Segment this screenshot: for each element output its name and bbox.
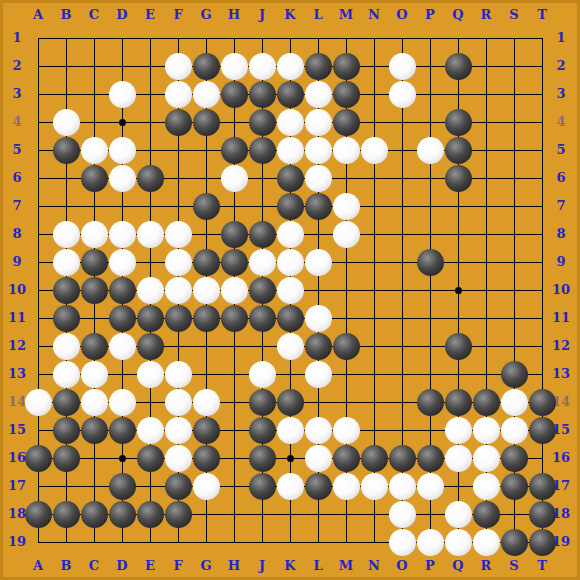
intersection-B5[interactable]: [52, 136, 80, 164]
intersection-R19[interactable]: [472, 528, 500, 556]
intersection-N19[interactable]: [360, 528, 388, 556]
intersection-J1[interactable]: [248, 24, 276, 52]
intersection-P15[interactable]: [416, 416, 444, 444]
intersection-A17[interactable]: [24, 472, 52, 500]
intersection-Q17[interactable]: [444, 472, 472, 500]
intersection-R11[interactable]: [472, 304, 500, 332]
intersection-R13[interactable]: [472, 360, 500, 388]
intersection-C13[interactable]: [80, 360, 108, 388]
intersection-T12[interactable]: [528, 332, 556, 360]
intersection-M7[interactable]: [332, 192, 360, 220]
intersection-R9[interactable]: [472, 248, 500, 276]
intersection-J13[interactable]: [248, 360, 276, 388]
intersection-E14[interactable]: [136, 388, 164, 416]
intersection-L10[interactable]: [304, 276, 332, 304]
intersection-O18[interactable]: [388, 500, 416, 528]
intersection-B1[interactable]: [52, 24, 80, 52]
intersection-Q19[interactable]: [444, 528, 472, 556]
intersection-S15[interactable]: [500, 416, 528, 444]
intersection-T11[interactable]: [528, 304, 556, 332]
intersection-F18[interactable]: [164, 500, 192, 528]
intersection-C5[interactable]: [80, 136, 108, 164]
intersection-R3[interactable]: [472, 80, 500, 108]
intersection-Q10[interactable]: [444, 276, 472, 304]
intersection-R15[interactable]: [472, 416, 500, 444]
intersection-T5[interactable]: [528, 136, 556, 164]
intersection-Q13[interactable]: [444, 360, 472, 388]
intersection-N13[interactable]: [360, 360, 388, 388]
intersection-A9[interactable]: [24, 248, 52, 276]
intersection-F8[interactable]: [164, 220, 192, 248]
intersection-H8[interactable]: [220, 220, 248, 248]
intersection-E15[interactable]: [136, 416, 164, 444]
intersection-C16[interactable]: [80, 444, 108, 472]
intersection-F4[interactable]: [164, 108, 192, 136]
intersection-F1[interactable]: [164, 24, 192, 52]
intersection-R6[interactable]: [472, 164, 500, 192]
intersection-E13[interactable]: [136, 360, 164, 388]
intersection-H13[interactable]: [220, 360, 248, 388]
intersection-N1[interactable]: [360, 24, 388, 52]
intersection-P6[interactable]: [416, 164, 444, 192]
intersection-Q2[interactable]: [444, 52, 472, 80]
intersection-S2[interactable]: [500, 52, 528, 80]
intersection-S5[interactable]: [500, 136, 528, 164]
intersection-E19[interactable]: [136, 528, 164, 556]
intersection-P3[interactable]: [416, 80, 444, 108]
intersection-F9[interactable]: [164, 248, 192, 276]
intersection-Q8[interactable]: [444, 220, 472, 248]
intersection-C9[interactable]: [80, 248, 108, 276]
intersection-B17[interactable]: [52, 472, 80, 500]
intersection-Q5[interactable]: [444, 136, 472, 164]
intersection-K15[interactable]: [276, 416, 304, 444]
intersection-T15[interactable]: [528, 416, 556, 444]
intersection-C1[interactable]: [80, 24, 108, 52]
intersection-J15[interactable]: [248, 416, 276, 444]
intersection-K16[interactable]: [276, 444, 304, 472]
intersection-K4[interactable]: [276, 108, 304, 136]
intersection-E8[interactable]: [136, 220, 164, 248]
intersection-O15[interactable]: [388, 416, 416, 444]
intersection-M11[interactable]: [332, 304, 360, 332]
intersection-S16[interactable]: [500, 444, 528, 472]
intersection-S12[interactable]: [500, 332, 528, 360]
intersection-O11[interactable]: [388, 304, 416, 332]
intersection-L15[interactable]: [304, 416, 332, 444]
intersection-C8[interactable]: [80, 220, 108, 248]
intersection-K6[interactable]: [276, 164, 304, 192]
intersection-H12[interactable]: [220, 332, 248, 360]
intersection-A7[interactable]: [24, 192, 52, 220]
intersection-M17[interactable]: [332, 472, 360, 500]
intersection-Q1[interactable]: [444, 24, 472, 52]
intersection-L9[interactable]: [304, 248, 332, 276]
intersection-R17[interactable]: [472, 472, 500, 500]
intersection-K8[interactable]: [276, 220, 304, 248]
intersection-G8[interactable]: [192, 220, 220, 248]
intersection-H18[interactable]: [220, 500, 248, 528]
intersection-E6[interactable]: [136, 164, 164, 192]
intersection-K3[interactable]: [276, 80, 304, 108]
intersection-J17[interactable]: [248, 472, 276, 500]
intersection-A18[interactable]: [24, 500, 52, 528]
intersection-E4[interactable]: [136, 108, 164, 136]
intersection-Q11[interactable]: [444, 304, 472, 332]
intersection-D2[interactable]: [108, 52, 136, 80]
intersection-E16[interactable]: [136, 444, 164, 472]
intersection-S4[interactable]: [500, 108, 528, 136]
intersection-T19[interactable]: [528, 528, 556, 556]
intersection-L11[interactable]: [304, 304, 332, 332]
intersection-A6[interactable]: [24, 164, 52, 192]
intersection-D13[interactable]: [108, 360, 136, 388]
intersection-F12[interactable]: [164, 332, 192, 360]
intersection-K11[interactable]: [276, 304, 304, 332]
intersection-K12[interactable]: [276, 332, 304, 360]
intersection-D11[interactable]: [108, 304, 136, 332]
intersection-R8[interactable]: [472, 220, 500, 248]
intersection-P19[interactable]: [416, 528, 444, 556]
intersection-O8[interactable]: [388, 220, 416, 248]
intersection-B15[interactable]: [52, 416, 80, 444]
intersection-H19[interactable]: [220, 528, 248, 556]
intersection-T8[interactable]: [528, 220, 556, 248]
intersection-O5[interactable]: [388, 136, 416, 164]
intersection-G16[interactable]: [192, 444, 220, 472]
intersection-J3[interactable]: [248, 80, 276, 108]
intersection-L2[interactable]: [304, 52, 332, 80]
intersection-A14[interactable]: [24, 388, 52, 416]
intersection-N15[interactable]: [360, 416, 388, 444]
intersection-G17[interactable]: [192, 472, 220, 500]
intersection-T9[interactable]: [528, 248, 556, 276]
intersection-M4[interactable]: [332, 108, 360, 136]
intersection-B6[interactable]: [52, 164, 80, 192]
intersection-D9[interactable]: [108, 248, 136, 276]
intersection-N2[interactable]: [360, 52, 388, 80]
intersection-J10[interactable]: [248, 276, 276, 304]
intersection-B9[interactable]: [52, 248, 80, 276]
intersection-B8[interactable]: [52, 220, 80, 248]
intersection-A12[interactable]: [24, 332, 52, 360]
intersection-G19[interactable]: [192, 528, 220, 556]
intersection-S1[interactable]: [500, 24, 528, 52]
intersection-M2[interactable]: [332, 52, 360, 80]
intersection-J16[interactable]: [248, 444, 276, 472]
intersection-R16[interactable]: [472, 444, 500, 472]
intersection-N9[interactable]: [360, 248, 388, 276]
intersection-O4[interactable]: [388, 108, 416, 136]
intersection-P4[interactable]: [416, 108, 444, 136]
intersection-A15[interactable]: [24, 416, 52, 444]
intersection-N4[interactable]: [360, 108, 388, 136]
intersection-F13[interactable]: [164, 360, 192, 388]
intersection-C3[interactable]: [80, 80, 108, 108]
intersection-M1[interactable]: [332, 24, 360, 52]
intersection-J5[interactable]: [248, 136, 276, 164]
intersection-G15[interactable]: [192, 416, 220, 444]
intersection-L17[interactable]: [304, 472, 332, 500]
intersection-G12[interactable]: [192, 332, 220, 360]
intersection-Q6[interactable]: [444, 164, 472, 192]
intersection-C10[interactable]: [80, 276, 108, 304]
intersection-A13[interactable]: [24, 360, 52, 388]
intersection-M9[interactable]: [332, 248, 360, 276]
intersection-M18[interactable]: [332, 500, 360, 528]
intersection-G5[interactable]: [192, 136, 220, 164]
intersection-L12[interactable]: [304, 332, 332, 360]
intersection-B12[interactable]: [52, 332, 80, 360]
intersection-P8[interactable]: [416, 220, 444, 248]
intersection-J11[interactable]: [248, 304, 276, 332]
intersection-O10[interactable]: [388, 276, 416, 304]
intersection-S11[interactable]: [500, 304, 528, 332]
intersection-D17[interactable]: [108, 472, 136, 500]
intersection-T6[interactable]: [528, 164, 556, 192]
intersection-H1[interactable]: [220, 24, 248, 52]
intersection-O1[interactable]: [388, 24, 416, 52]
intersection-B16[interactable]: [52, 444, 80, 472]
intersection-D8[interactable]: [108, 220, 136, 248]
intersection-P18[interactable]: [416, 500, 444, 528]
intersection-Q15[interactable]: [444, 416, 472, 444]
intersection-H4[interactable]: [220, 108, 248, 136]
intersection-T18[interactable]: [528, 500, 556, 528]
intersection-S19[interactable]: [500, 528, 528, 556]
intersection-M12[interactable]: [332, 332, 360, 360]
intersection-H6[interactable]: [220, 164, 248, 192]
intersection-O17[interactable]: [388, 472, 416, 500]
intersection-B13[interactable]: [52, 360, 80, 388]
intersection-M6[interactable]: [332, 164, 360, 192]
intersection-F14[interactable]: [164, 388, 192, 416]
intersection-K9[interactable]: [276, 248, 304, 276]
intersection-N17[interactable]: [360, 472, 388, 500]
intersection-N5[interactable]: [360, 136, 388, 164]
intersection-L7[interactable]: [304, 192, 332, 220]
intersection-F16[interactable]: [164, 444, 192, 472]
intersection-P12[interactable]: [416, 332, 444, 360]
intersection-B14[interactable]: [52, 388, 80, 416]
intersection-L6[interactable]: [304, 164, 332, 192]
intersection-F19[interactable]: [164, 528, 192, 556]
intersection-Q9[interactable]: [444, 248, 472, 276]
intersection-T17[interactable]: [528, 472, 556, 500]
intersection-D15[interactable]: [108, 416, 136, 444]
intersection-A4[interactable]: [24, 108, 52, 136]
intersection-Q12[interactable]: [444, 332, 472, 360]
intersection-B4[interactable]: [52, 108, 80, 136]
intersection-E2[interactable]: [136, 52, 164, 80]
intersection-R1[interactable]: [472, 24, 500, 52]
intersection-D16[interactable]: [108, 444, 136, 472]
intersection-A16[interactable]: [24, 444, 52, 472]
intersection-T16[interactable]: [528, 444, 556, 472]
intersection-P16[interactable]: [416, 444, 444, 472]
intersection-J18[interactable]: [248, 500, 276, 528]
intersection-K13[interactable]: [276, 360, 304, 388]
intersection-O16[interactable]: [388, 444, 416, 472]
intersection-O13[interactable]: [388, 360, 416, 388]
intersection-L5[interactable]: [304, 136, 332, 164]
intersection-T2[interactable]: [528, 52, 556, 80]
intersection-N14[interactable]: [360, 388, 388, 416]
intersection-O2[interactable]: [388, 52, 416, 80]
intersection-O3[interactable]: [388, 80, 416, 108]
intersection-P2[interactable]: [416, 52, 444, 80]
intersection-E1[interactable]: [136, 24, 164, 52]
intersection-T7[interactable]: [528, 192, 556, 220]
intersection-C11[interactable]: [80, 304, 108, 332]
intersection-J19[interactable]: [248, 528, 276, 556]
intersection-K14[interactable]: [276, 388, 304, 416]
intersection-C4[interactable]: [80, 108, 108, 136]
intersection-J2[interactable]: [248, 52, 276, 80]
intersection-O12[interactable]: [388, 332, 416, 360]
intersection-H5[interactable]: [220, 136, 248, 164]
intersection-P9[interactable]: [416, 248, 444, 276]
intersection-S3[interactable]: [500, 80, 528, 108]
intersection-H11[interactable]: [220, 304, 248, 332]
intersection-D10[interactable]: [108, 276, 136, 304]
intersection-R12[interactable]: [472, 332, 500, 360]
intersection-G2[interactable]: [192, 52, 220, 80]
intersection-P1[interactable]: [416, 24, 444, 52]
intersection-C12[interactable]: [80, 332, 108, 360]
intersection-E5[interactable]: [136, 136, 164, 164]
intersection-N16[interactable]: [360, 444, 388, 472]
intersection-N7[interactable]: [360, 192, 388, 220]
intersection-G7[interactable]: [192, 192, 220, 220]
intersection-O7[interactable]: [388, 192, 416, 220]
intersection-G3[interactable]: [192, 80, 220, 108]
intersection-E9[interactable]: [136, 248, 164, 276]
intersection-J7[interactable]: [248, 192, 276, 220]
intersection-H7[interactable]: [220, 192, 248, 220]
intersection-L8[interactable]: [304, 220, 332, 248]
intersection-M19[interactable]: [332, 528, 360, 556]
intersection-K17[interactable]: [276, 472, 304, 500]
intersection-S17[interactable]: [500, 472, 528, 500]
intersection-Q7[interactable]: [444, 192, 472, 220]
intersection-E18[interactable]: [136, 500, 164, 528]
intersection-H17[interactable]: [220, 472, 248, 500]
intersection-F17[interactable]: [164, 472, 192, 500]
intersection-T10[interactable]: [528, 276, 556, 304]
intersection-R7[interactable]: [472, 192, 500, 220]
intersection-S7[interactable]: [500, 192, 528, 220]
intersection-E11[interactable]: [136, 304, 164, 332]
intersection-M8[interactable]: [332, 220, 360, 248]
intersection-M15[interactable]: [332, 416, 360, 444]
intersection-D7[interactable]: [108, 192, 136, 220]
intersection-G10[interactable]: [192, 276, 220, 304]
intersection-N3[interactable]: [360, 80, 388, 108]
intersection-L16[interactable]: [304, 444, 332, 472]
intersection-Q14[interactable]: [444, 388, 472, 416]
intersection-T3[interactable]: [528, 80, 556, 108]
intersection-L13[interactable]: [304, 360, 332, 388]
intersection-D3[interactable]: [108, 80, 136, 108]
intersection-C17[interactable]: [80, 472, 108, 500]
intersection-L3[interactable]: [304, 80, 332, 108]
intersection-B19[interactable]: [52, 528, 80, 556]
intersection-C7[interactable]: [80, 192, 108, 220]
intersection-A5[interactable]: [24, 136, 52, 164]
intersection-D6[interactable]: [108, 164, 136, 192]
intersection-K19[interactable]: [276, 528, 304, 556]
intersection-D5[interactable]: [108, 136, 136, 164]
intersection-R5[interactable]: [472, 136, 500, 164]
intersection-R4[interactable]: [472, 108, 500, 136]
intersection-B10[interactable]: [52, 276, 80, 304]
intersection-N8[interactable]: [360, 220, 388, 248]
intersection-O19[interactable]: [388, 528, 416, 556]
intersection-D18[interactable]: [108, 500, 136, 528]
intersection-K10[interactable]: [276, 276, 304, 304]
intersection-H9[interactable]: [220, 248, 248, 276]
intersection-O14[interactable]: [388, 388, 416, 416]
intersection-E10[interactable]: [136, 276, 164, 304]
intersection-Q18[interactable]: [444, 500, 472, 528]
intersection-A11[interactable]: [24, 304, 52, 332]
intersection-M14[interactable]: [332, 388, 360, 416]
intersection-B11[interactable]: [52, 304, 80, 332]
intersection-B3[interactable]: [52, 80, 80, 108]
intersection-F5[interactable]: [164, 136, 192, 164]
intersection-H3[interactable]: [220, 80, 248, 108]
intersection-G13[interactable]: [192, 360, 220, 388]
intersection-C15[interactable]: [80, 416, 108, 444]
intersection-G18[interactable]: [192, 500, 220, 528]
intersection-M10[interactable]: [332, 276, 360, 304]
intersection-K7[interactable]: [276, 192, 304, 220]
intersection-E12[interactable]: [136, 332, 164, 360]
intersection-H15[interactable]: [220, 416, 248, 444]
intersection-H16[interactable]: [220, 444, 248, 472]
intersection-S18[interactable]: [500, 500, 528, 528]
intersection-Q4[interactable]: [444, 108, 472, 136]
intersection-S6[interactable]: [500, 164, 528, 192]
intersection-G1[interactable]: [192, 24, 220, 52]
intersection-A2[interactable]: [24, 52, 52, 80]
intersection-C18[interactable]: [80, 500, 108, 528]
intersection-P7[interactable]: [416, 192, 444, 220]
intersection-L1[interactable]: [304, 24, 332, 52]
intersection-C6[interactable]: [80, 164, 108, 192]
intersection-R10[interactable]: [472, 276, 500, 304]
intersection-P14[interactable]: [416, 388, 444, 416]
intersection-P11[interactable]: [416, 304, 444, 332]
intersection-S9[interactable]: [500, 248, 528, 276]
intersection-J12[interactable]: [248, 332, 276, 360]
intersection-K5[interactable]: [276, 136, 304, 164]
intersection-J4[interactable]: [248, 108, 276, 136]
intersection-B18[interactable]: [52, 500, 80, 528]
intersection-F2[interactable]: [164, 52, 192, 80]
intersection-B2[interactable]: [52, 52, 80, 80]
intersection-M16[interactable]: [332, 444, 360, 472]
intersection-H10[interactable]: [220, 276, 248, 304]
intersection-P13[interactable]: [416, 360, 444, 388]
intersection-R14[interactable]: [472, 388, 500, 416]
intersection-G4[interactable]: [192, 108, 220, 136]
intersection-J8[interactable]: [248, 220, 276, 248]
intersection-L19[interactable]: [304, 528, 332, 556]
intersection-A19[interactable]: [24, 528, 52, 556]
intersection-O9[interactable]: [388, 248, 416, 276]
